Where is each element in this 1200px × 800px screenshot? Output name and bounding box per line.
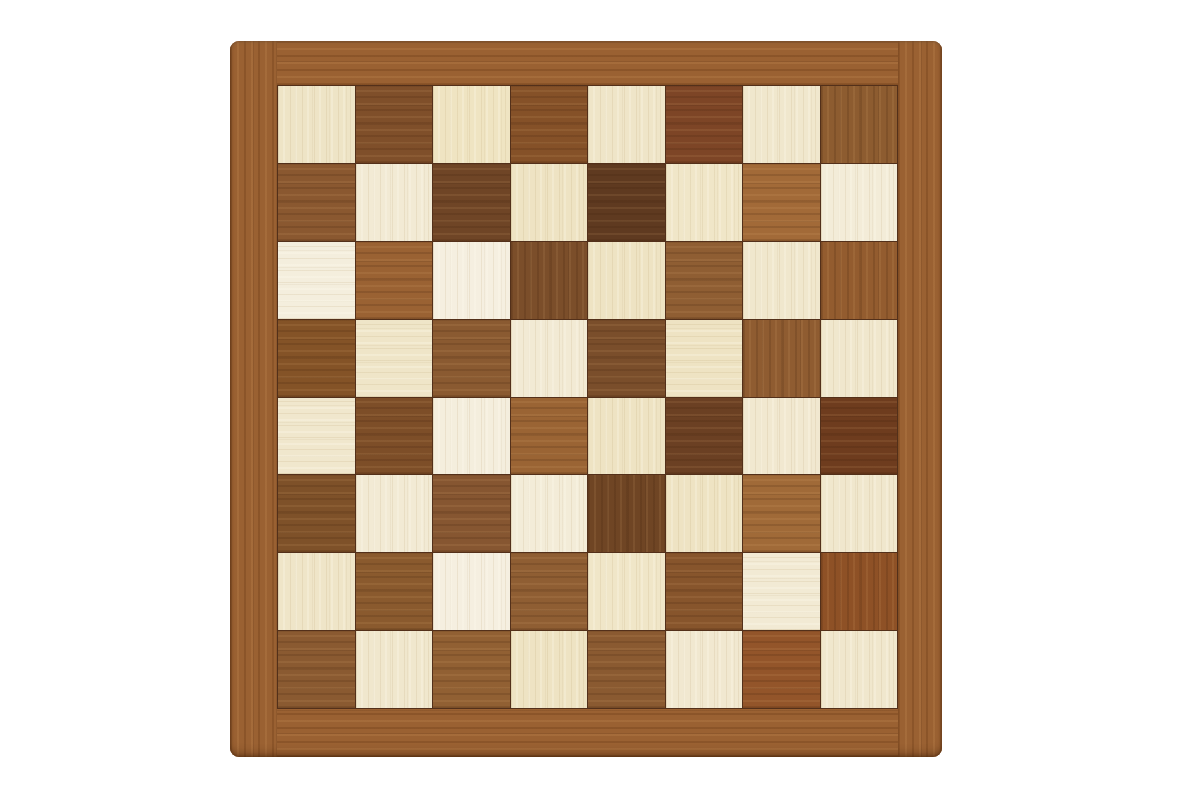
square-f5[interactable] <box>666 320 743 397</box>
square-e2[interactable] <box>588 553 665 630</box>
square-c8[interactable] <box>433 86 510 163</box>
square-h1[interactable] <box>821 631 898 708</box>
square-a6[interactable] <box>278 242 355 319</box>
square-e8[interactable] <box>588 86 665 163</box>
square-d8[interactable] <box>511 86 588 163</box>
board-frame-bottom <box>277 709 898 757</box>
square-g1[interactable] <box>743 631 820 708</box>
square-d7[interactable] <box>511 164 588 241</box>
square-h7[interactable] <box>821 164 898 241</box>
square-e7[interactable] <box>588 164 665 241</box>
square-g5[interactable] <box>743 320 820 397</box>
square-d6[interactable] <box>511 242 588 319</box>
square-b2[interactable] <box>356 553 433 630</box>
photo-background <box>0 0 1200 800</box>
square-f8[interactable] <box>666 86 743 163</box>
square-c1[interactable] <box>433 631 510 708</box>
square-d3[interactable] <box>511 475 588 552</box>
square-f2[interactable] <box>666 553 743 630</box>
square-d2[interactable] <box>511 553 588 630</box>
square-h5[interactable] <box>821 320 898 397</box>
square-h3[interactable] <box>821 475 898 552</box>
square-b5[interactable] <box>356 320 433 397</box>
square-b8[interactable] <box>356 86 433 163</box>
square-d5[interactable] <box>511 320 588 397</box>
square-e4[interactable] <box>588 398 665 475</box>
square-h2[interactable] <box>821 553 898 630</box>
square-e6[interactable] <box>588 242 665 319</box>
square-e3[interactable] <box>588 475 665 552</box>
square-h4[interactable] <box>821 398 898 475</box>
square-c5[interactable] <box>433 320 510 397</box>
square-a8[interactable] <box>278 86 355 163</box>
square-d4[interactable] <box>511 398 588 475</box>
square-c3[interactable] <box>433 475 510 552</box>
square-g6[interactable] <box>743 242 820 319</box>
board-grid <box>277 85 898 709</box>
square-b4[interactable] <box>356 398 433 475</box>
board-frame-right <box>898 41 942 757</box>
square-a7[interactable] <box>278 164 355 241</box>
square-g3[interactable] <box>743 475 820 552</box>
square-d1[interactable] <box>511 631 588 708</box>
square-f3[interactable] <box>666 475 743 552</box>
square-b7[interactable] <box>356 164 433 241</box>
square-h8[interactable] <box>821 86 898 163</box>
square-e1[interactable] <box>588 631 665 708</box>
square-g8[interactable] <box>743 86 820 163</box>
square-f4[interactable] <box>666 398 743 475</box>
square-b3[interactable] <box>356 475 433 552</box>
board-frame-top <box>277 41 898 85</box>
square-c7[interactable] <box>433 164 510 241</box>
square-f7[interactable] <box>666 164 743 241</box>
square-g4[interactable] <box>743 398 820 475</box>
square-c2[interactable] <box>433 553 510 630</box>
square-c4[interactable] <box>433 398 510 475</box>
square-g7[interactable] <box>743 164 820 241</box>
square-a3[interactable] <box>278 475 355 552</box>
square-g2[interactable] <box>743 553 820 630</box>
square-a5[interactable] <box>278 320 355 397</box>
square-f6[interactable] <box>666 242 743 319</box>
square-a1[interactable] <box>278 631 355 708</box>
square-c6[interactable] <box>433 242 510 319</box>
square-f1[interactable] <box>666 631 743 708</box>
square-a4[interactable] <box>278 398 355 475</box>
square-b1[interactable] <box>356 631 433 708</box>
board-frame-left <box>230 41 277 757</box>
chess-board <box>230 41 942 757</box>
square-b6[interactable] <box>356 242 433 319</box>
square-e5[interactable] <box>588 320 665 397</box>
square-h6[interactable] <box>821 242 898 319</box>
square-a2[interactable] <box>278 553 355 630</box>
